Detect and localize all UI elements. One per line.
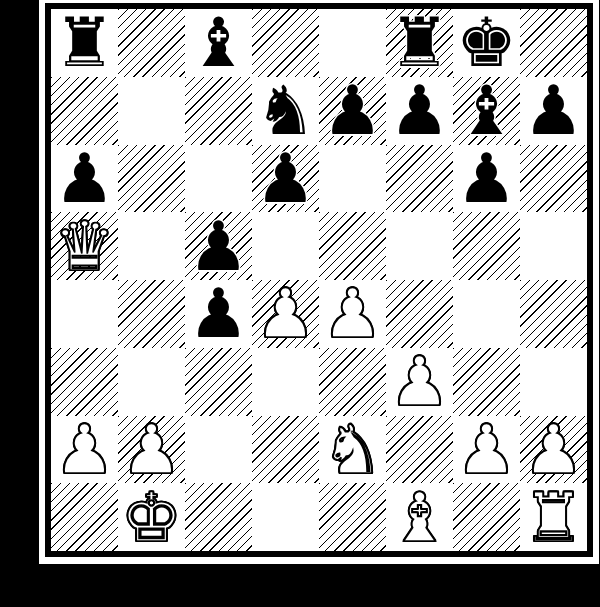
square-g1[interactable] [453, 483, 520, 551]
square-d2[interactable] [252, 416, 319, 484]
square-f8[interactable]: ♜︎ [386, 9, 453, 77]
square-g2[interactable]: ♟︎ [453, 416, 520, 484]
square-d6[interactable]: ♟︎ [252, 145, 319, 213]
square-g5[interactable] [453, 212, 520, 280]
piece-black-pawn-c5: ♟︎ [188, 213, 249, 280]
square-h1[interactable]: ♜︎ [520, 483, 587, 551]
square-c3[interactable] [185, 348, 252, 416]
square-b6[interactable] [118, 145, 185, 213]
square-h4[interactable] [520, 280, 587, 348]
square-g3[interactable] [453, 348, 520, 416]
piece-black-rook-f8: ♜︎ [389, 9, 450, 76]
piece-black-pawn-c4: ♟︎ [188, 280, 249, 347]
piece-black-pawn-g6: ♟︎ [456, 145, 517, 212]
square-e4[interactable]: ♟︎ [319, 280, 386, 348]
square-a5[interactable]: ♛︎ [51, 212, 118, 280]
square-h5[interactable] [520, 212, 587, 280]
piece-white-queen-a5: ♛︎ [54, 213, 115, 280]
piece-black-knight-d7: ♞︎ [255, 77, 316, 144]
piece-white-pawn-h2: ♟︎ [523, 416, 584, 483]
square-b3[interactable] [118, 348, 185, 416]
square-a8[interactable]: ♜︎ [51, 9, 118, 77]
square-d1[interactable] [252, 483, 319, 551]
square-a2[interactable]: ♟︎ [51, 416, 118, 484]
square-f2[interactable] [386, 416, 453, 484]
square-e7[interactable]: ♟︎ [319, 77, 386, 145]
piece-white-pawn-f3: ♟︎ [389, 348, 450, 415]
square-g4[interactable] [453, 280, 520, 348]
square-a3[interactable] [51, 348, 118, 416]
square-c4[interactable]: ♟︎ [185, 280, 252, 348]
square-f6[interactable] [386, 145, 453, 213]
square-d5[interactable] [252, 212, 319, 280]
square-h3[interactable] [520, 348, 587, 416]
square-h6[interactable] [520, 145, 587, 213]
piece-white-rook-h1: ♜︎ [523, 484, 584, 551]
square-h8[interactable] [520, 9, 587, 77]
square-c1[interactable] [185, 483, 252, 551]
piece-white-pawn-d4: ♟︎ [255, 280, 316, 347]
piece-white-knight-e2: ♞︎ [322, 416, 383, 483]
square-a1[interactable] [51, 483, 118, 551]
square-d7[interactable]: ♞︎ [252, 77, 319, 145]
square-a6[interactable]: ♟︎ [51, 145, 118, 213]
square-f5[interactable] [386, 212, 453, 280]
square-e6[interactable] [319, 145, 386, 213]
square-b7[interactable] [118, 77, 185, 145]
chess-board-grid: ♜︎♝︎♜︎♚︎♞︎♟︎♟︎♝︎♟︎♟︎♟︎♟︎♛︎♟︎♟︎♟︎♟︎♟︎♟︎♟︎… [51, 9, 587, 551]
square-b1[interactable]: ♚︎ [118, 483, 185, 551]
page-background: ♜︎♝︎♜︎♚︎♞︎♟︎♟︎♝︎♟︎♟︎♟︎♟︎♛︎♟︎♟︎♟︎♟︎♟︎♟︎♟︎… [0, 0, 600, 607]
square-c6[interactable] [185, 145, 252, 213]
square-c8[interactable]: ♝︎ [185, 9, 252, 77]
square-b8[interactable] [118, 9, 185, 77]
piece-black-pawn-h7: ♟︎ [523, 77, 584, 144]
piece-white-pawn-e4: ♟︎ [322, 280, 383, 347]
piece-black-king-g8: ♚︎ [456, 9, 517, 76]
piece-black-pawn-f7: ♟︎ [389, 77, 450, 144]
square-e2[interactable]: ♞︎ [319, 416, 386, 484]
piece-black-pawn-a6: ♟︎ [54, 145, 115, 212]
piece-white-bishop-f1: ♝︎ [389, 484, 450, 551]
square-b2[interactable]: ♟︎ [118, 416, 185, 484]
square-f7[interactable]: ♟︎ [386, 77, 453, 145]
square-f3[interactable]: ♟︎ [386, 348, 453, 416]
board-panel: ♜︎♝︎♜︎♚︎♞︎♟︎♟︎♝︎♟︎♟︎♟︎♟︎♛︎♟︎♟︎♟︎♟︎♟︎♟︎♟︎… [39, 0, 599, 564]
piece-white-pawn-g2: ♟︎ [456, 416, 517, 483]
square-c2[interactable] [185, 416, 252, 484]
square-e5[interactable] [319, 212, 386, 280]
square-e8[interactable] [319, 9, 386, 77]
piece-black-bishop-g7: ♝︎ [456, 77, 517, 144]
square-e3[interactable] [319, 348, 386, 416]
piece-black-pawn-d6: ♟︎ [255, 145, 316, 212]
piece-black-bishop-c8: ♝︎ [188, 9, 249, 76]
piece-white-king-b1: ♚︎ [121, 484, 182, 551]
square-e1[interactable] [319, 483, 386, 551]
square-b4[interactable] [118, 280, 185, 348]
square-a4[interactable] [51, 280, 118, 348]
square-c5[interactable]: ♟︎ [185, 212, 252, 280]
piece-white-pawn-a2: ♟︎ [54, 416, 115, 483]
square-f4[interactable] [386, 280, 453, 348]
square-a7[interactable] [51, 77, 118, 145]
square-g6[interactable]: ♟︎ [453, 145, 520, 213]
square-g7[interactable]: ♝︎ [453, 77, 520, 145]
square-d8[interactable] [252, 9, 319, 77]
square-c7[interactable] [185, 77, 252, 145]
board-frame: ♜︎♝︎♜︎♚︎♞︎♟︎♟︎♝︎♟︎♟︎♟︎♟︎♛︎♟︎♟︎♟︎♟︎♟︎♟︎♟︎… [45, 3, 593, 557]
piece-white-pawn-b2: ♟︎ [121, 416, 182, 483]
square-f1[interactable]: ♝︎ [386, 483, 453, 551]
square-h2[interactable]: ♟︎ [520, 416, 587, 484]
piece-black-rook-a8: ♜︎ [54, 9, 115, 76]
square-g8[interactable]: ♚︎ [453, 9, 520, 77]
piece-black-pawn-e7: ♟︎ [322, 77, 383, 144]
square-h7[interactable]: ♟︎ [520, 77, 587, 145]
square-d4[interactable]: ♟︎ [252, 280, 319, 348]
square-b5[interactable] [118, 212, 185, 280]
square-d3[interactable] [252, 348, 319, 416]
